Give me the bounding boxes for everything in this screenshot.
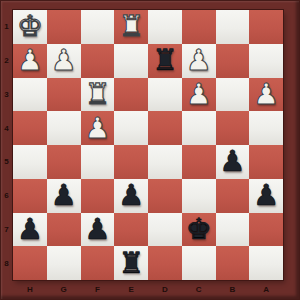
white-pawn-c3[interactable]: ♟ — [186, 80, 212, 109]
file-label-e: E — [114, 281, 148, 298]
square-b2[interactable] — [216, 44, 250, 78]
square-h7[interactable]: ♟ — [13, 213, 47, 247]
file-label-g: G — [47, 281, 81, 298]
square-d1[interactable] — [148, 10, 182, 44]
black-pawn-a6[interactable]: ♟ — [253, 181, 279, 210]
square-a4[interactable] — [249, 111, 283, 145]
black-rook-d2[interactable]: ♜ — [152, 46, 178, 75]
square-h8[interactable] — [13, 246, 47, 280]
square-b8[interactable] — [216, 246, 250, 280]
square-a3[interactable]: ♟ — [249, 78, 283, 112]
white-king-h1[interactable]: ♚ — [17, 12, 43, 41]
square-f6[interactable] — [81, 179, 115, 213]
square-g2[interactable]: ♟ — [47, 44, 81, 78]
rank-label-2: 2 — [0, 44, 13, 78]
white-pawn-a3[interactable]: ♟ — [253, 80, 279, 109]
rank-label-4: 4 — [0, 111, 13, 145]
square-a6[interactable]: ♟ — [249, 179, 283, 213]
square-g3[interactable] — [47, 78, 81, 112]
square-b5[interactable]: ♟ — [216, 145, 250, 179]
square-e7[interactable] — [114, 213, 148, 247]
file-label-b: B — [216, 281, 250, 298]
square-b6[interactable] — [216, 179, 250, 213]
square-a5[interactable] — [249, 145, 283, 179]
square-d3[interactable] — [148, 78, 182, 112]
square-f4[interactable]: ♟ — [81, 111, 115, 145]
square-e5[interactable] — [114, 145, 148, 179]
square-c5[interactable] — [182, 145, 216, 179]
rank-label-8: 8 — [0, 246, 13, 280]
square-f3[interactable]: ♜ — [81, 78, 115, 112]
black-pawn-b5[interactable]: ♟ — [219, 147, 245, 176]
square-e2[interactable] — [114, 44, 148, 78]
white-pawn-g2[interactable]: ♟ — [51, 46, 77, 75]
square-d5[interactable] — [148, 145, 182, 179]
square-f7[interactable]: ♟ — [81, 213, 115, 247]
square-d2[interactable]: ♜ — [148, 44, 182, 78]
square-g8[interactable] — [47, 246, 81, 280]
square-e1[interactable]: ♜ — [114, 10, 148, 44]
square-g5[interactable] — [47, 145, 81, 179]
black-king-c7[interactable]: ♚ — [186, 215, 212, 244]
black-pawn-g6[interactable]: ♟ — [51, 181, 77, 210]
black-pawn-e6[interactable]: ♟ — [118, 181, 144, 210]
square-b7[interactable] — [216, 213, 250, 247]
white-pawn-h2[interactable]: ♟ — [17, 46, 43, 75]
file-label-c: C — [182, 281, 216, 298]
square-d7[interactable] — [148, 213, 182, 247]
square-c8[interactable] — [182, 246, 216, 280]
rank-labels: 12345678 — [0, 10, 13, 280]
file-label-h: H — [13, 281, 47, 298]
square-g4[interactable] — [47, 111, 81, 145]
file-label-f: F — [81, 281, 115, 298]
square-c4[interactable] — [182, 111, 216, 145]
square-e4[interactable] — [114, 111, 148, 145]
square-h4[interactable] — [13, 111, 47, 145]
square-a8[interactable] — [249, 246, 283, 280]
square-f5[interactable] — [81, 145, 115, 179]
white-pawn-f4[interactable]: ♟ — [84, 114, 110, 143]
square-c7[interactable]: ♚ — [182, 213, 216, 247]
rank-label-1: 1 — [0, 10, 13, 44]
square-g6[interactable]: ♟ — [47, 179, 81, 213]
file-labels: HGFEDCBA — [13, 281, 283, 298]
file-label-d: D — [148, 281, 182, 298]
rank-label-6: 6 — [0, 179, 13, 213]
square-a7[interactable] — [249, 213, 283, 247]
rank-label-3: 3 — [0, 78, 13, 112]
square-b1[interactable] — [216, 10, 250, 44]
square-d6[interactable] — [148, 179, 182, 213]
square-g7[interactable] — [47, 213, 81, 247]
black-rook-e8[interactable]: ♜ — [118, 249, 144, 278]
board: ♚♜♟♟♜♟♜♟♟♟♟♟♟♟♟♟♚♜ — [13, 10, 283, 280]
chess-board-frame: 12345678 ♚♜♟♟♜♟♜♟♟♟♟♟♟♟♟♟♚♜ HGFEDCBA — [0, 0, 300, 300]
rank-label-5: 5 — [0, 145, 13, 179]
square-a1[interactable] — [249, 10, 283, 44]
square-h6[interactable] — [13, 179, 47, 213]
square-d4[interactable] — [148, 111, 182, 145]
file-label-a: A — [249, 281, 283, 298]
square-c3[interactable]: ♟ — [182, 78, 216, 112]
square-f8[interactable] — [81, 246, 115, 280]
square-b3[interactable] — [216, 78, 250, 112]
rank-label-7: 7 — [0, 213, 13, 247]
square-c2[interactable]: ♟ — [182, 44, 216, 78]
square-f1[interactable] — [81, 10, 115, 44]
square-f2[interactable] — [81, 44, 115, 78]
square-c1[interactable] — [182, 10, 216, 44]
square-e8[interactable]: ♜ — [114, 246, 148, 280]
square-b4[interactable] — [216, 111, 250, 145]
square-h2[interactable]: ♟ — [13, 44, 47, 78]
square-g1[interactable] — [47, 10, 81, 44]
black-pawn-h7[interactable]: ♟ — [17, 215, 43, 244]
white-rook-f3[interactable]: ♜ — [84, 80, 110, 109]
white-rook-e1[interactable]: ♜ — [118, 12, 144, 41]
square-a2[interactable] — [249, 44, 283, 78]
square-h3[interactable] — [13, 78, 47, 112]
square-h5[interactable] — [13, 145, 47, 179]
square-e3[interactable] — [114, 78, 148, 112]
square-h1[interactable]: ♚ — [13, 10, 47, 44]
white-pawn-c2[interactable]: ♟ — [186, 46, 212, 75]
square-e6[interactable]: ♟ — [114, 179, 148, 213]
square-d8[interactable] — [148, 246, 182, 280]
black-pawn-f7[interactable]: ♟ — [84, 215, 110, 244]
square-c6[interactable] — [182, 179, 216, 213]
